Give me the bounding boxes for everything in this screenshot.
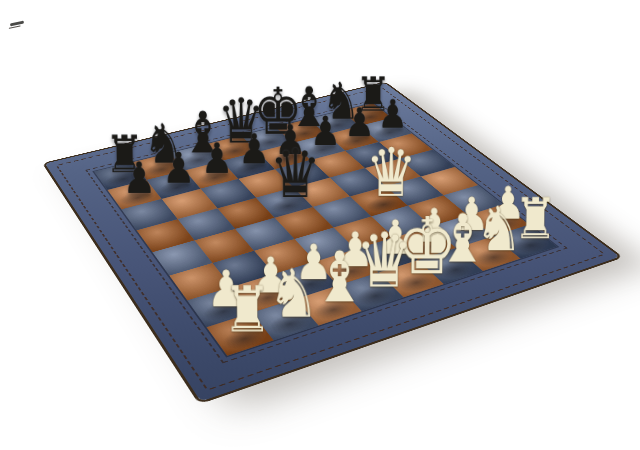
chess-board: ♜♞♝♛♚♝♞♜♟♟♟♟♟♟♟♟♛♛♟♟♟♟♟♟♟♟♜♞♝♛♚♝♞♜ xyxy=(94,103,557,355)
piece-black-pawn: ♟ xyxy=(196,137,237,179)
piece-black-pawn: ♟ xyxy=(373,94,412,133)
piece-black-pawn: ♟ xyxy=(118,156,161,200)
piece-black-pawn: ♟ xyxy=(157,146,199,189)
piece-white-queen: ♛ xyxy=(365,139,408,206)
chess-scene: ♜♞♝♛♚♝♞♜♟♟♟♟♟♟♟♟♛♛♟♟♟♟♟♟♟♟♜♞♝♛♚♝♞♜ xyxy=(0,0,640,450)
piece-black-pawn: ♟ xyxy=(234,128,275,170)
piece-white-rook: ♜ xyxy=(221,278,273,341)
product-photo: ♜♞♝♛♚♝♞♜♟♟♟♟♟♟♟♟♛♛♟♟♟♟♟♟♟♟♜♞♝♛♚♝♞♜ xyxy=(0,0,640,450)
leather-mat: ♜♞♝♛♚♝♞♜♟♟♟♟♟♟♟♟♛♛♟♟♟♟♟♟♟♟♜♞♝♛♚♝♞♜ xyxy=(45,83,620,402)
piece-black-queen: ♛ xyxy=(269,140,312,207)
piece-white-knight: ♞ xyxy=(267,260,317,327)
